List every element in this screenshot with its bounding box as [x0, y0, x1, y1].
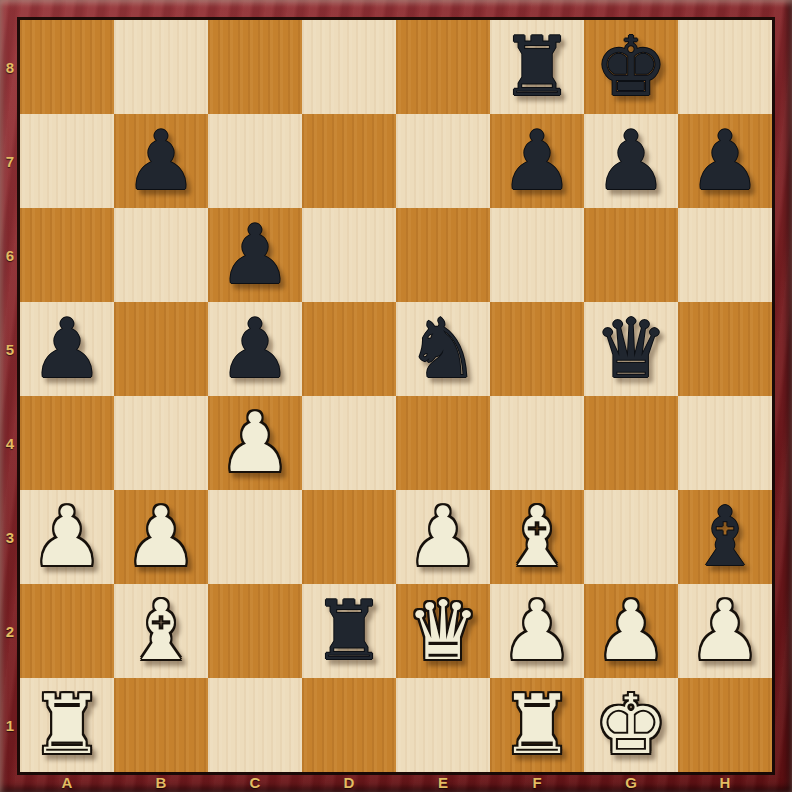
piece-white-pawn: ♟ [594, 584, 668, 678]
piece-white-bishop: ♝ [124, 584, 198, 678]
rank-label-2: 2 [0, 584, 20, 678]
file-label-f: F [490, 772, 584, 792]
square-c6[interactable]: ♟ [208, 208, 302, 302]
piece-white-pawn: ♟ [218, 396, 292, 490]
piece-white-pawn: ♟ [30, 490, 104, 584]
square-b1[interactable] [114, 678, 208, 772]
square-b5[interactable] [114, 302, 208, 396]
piece-white-pawn: ♟ [124, 490, 198, 584]
piece-black-pawn: ♟ [688, 114, 762, 208]
square-h1[interactable] [678, 678, 772, 772]
square-g3[interactable] [584, 490, 678, 584]
square-e3[interactable]: ♟ [396, 490, 490, 584]
piece-black-pawn: ♟ [30, 302, 104, 396]
square-f8[interactable]: ♜ [490, 20, 584, 114]
square-f6[interactable] [490, 208, 584, 302]
square-b6[interactable] [114, 208, 208, 302]
square-d1[interactable] [302, 678, 396, 772]
piece-white-pawn: ♟ [500, 584, 574, 678]
piece-white-queen: ♛ [406, 584, 480, 678]
square-h6[interactable] [678, 208, 772, 302]
piece-black-bishop: ♝ [688, 490, 762, 584]
piece-black-rook: ♜ [500, 20, 574, 114]
square-f5[interactable] [490, 302, 584, 396]
piece-black-rook: ♜ [312, 584, 386, 678]
rank-label-6: 6 [0, 208, 20, 302]
square-d7[interactable] [302, 114, 396, 208]
square-c5[interactable]: ♟ [208, 302, 302, 396]
square-b3[interactable]: ♟ [114, 490, 208, 584]
square-d4[interactable] [302, 396, 396, 490]
file-label-c: C [208, 772, 302, 792]
square-f3[interactable]: ♝ [490, 490, 584, 584]
square-b2[interactable]: ♝ [114, 584, 208, 678]
square-d5[interactable] [302, 302, 396, 396]
piece-white-king: ♚ [594, 678, 668, 772]
rank-label-1: 1 [0, 678, 20, 772]
square-a5[interactable]: ♟ [20, 302, 114, 396]
file-label-b: B [114, 772, 208, 792]
square-e2[interactable]: ♛ [396, 584, 490, 678]
square-e7[interactable] [396, 114, 490, 208]
piece-black-queen: ♛ [594, 302, 668, 396]
file-labels: ABCDEFGH [20, 772, 772, 792]
piece-black-pawn: ♟ [218, 208, 292, 302]
square-e1[interactable] [396, 678, 490, 772]
rank-label-5: 5 [0, 302, 20, 396]
square-g8[interactable]: ♚ [584, 20, 678, 114]
piece-white-pawn: ♟ [406, 490, 480, 584]
piece-white-rook: ♜ [30, 678, 104, 772]
piece-black-pawn: ♟ [500, 114, 574, 208]
square-f1[interactable]: ♜ [490, 678, 584, 772]
square-g7[interactable]: ♟ [584, 114, 678, 208]
square-e4[interactable] [396, 396, 490, 490]
square-a7[interactable] [20, 114, 114, 208]
piece-white-rook: ♜ [500, 678, 574, 772]
square-g5[interactable]: ♛ [584, 302, 678, 396]
square-b7[interactable]: ♟ [114, 114, 208, 208]
square-g4[interactable] [584, 396, 678, 490]
piece-black-pawn: ♟ [218, 302, 292, 396]
file-label-g: G [584, 772, 678, 792]
piece-black-knight: ♞ [406, 302, 480, 396]
square-c1[interactable] [208, 678, 302, 772]
rank-label-8: 8 [0, 20, 20, 114]
square-c8[interactable] [208, 20, 302, 114]
square-e6[interactable] [396, 208, 490, 302]
square-f7[interactable]: ♟ [490, 114, 584, 208]
square-e5[interactable]: ♞ [396, 302, 490, 396]
piece-white-bishop: ♝ [500, 490, 574, 584]
square-a8[interactable] [20, 20, 114, 114]
square-g6[interactable] [584, 208, 678, 302]
square-h8[interactable] [678, 20, 772, 114]
rank-labels: 87654321 [0, 20, 20, 772]
file-label-e: E [396, 772, 490, 792]
square-d6[interactable] [302, 208, 396, 302]
piece-black-king: ♚ [594, 20, 668, 114]
square-e8[interactable] [396, 20, 490, 114]
file-label-a: A [20, 772, 114, 792]
piece-black-pawn: ♟ [594, 114, 668, 208]
square-b4[interactable] [114, 396, 208, 490]
square-h2[interactable]: ♟ [678, 584, 772, 678]
square-h7[interactable]: ♟ [678, 114, 772, 208]
square-f4[interactable] [490, 396, 584, 490]
chess-board: ♜♚♟♟♟♟♟♟♟♞♛♟♟♟♟♝♝♝♜♛♟♟♟♜♜♚ [20, 20, 772, 772]
square-h4[interactable] [678, 396, 772, 490]
square-a4[interactable] [20, 396, 114, 490]
rank-label-4: 4 [0, 396, 20, 490]
piece-black-pawn: ♟ [124, 114, 198, 208]
board-frame: 87654321 ABCDEFGH ♜♚♟♟♟♟♟♟♟♞♛♟♟♟♟♝♝♝♜♛♟♟… [0, 0, 792, 792]
square-d2[interactable]: ♜ [302, 584, 396, 678]
square-g2[interactable]: ♟ [584, 584, 678, 678]
square-f2[interactable]: ♟ [490, 584, 584, 678]
file-label-d: D [302, 772, 396, 792]
rank-label-3: 3 [0, 490, 20, 584]
square-b8[interactable] [114, 20, 208, 114]
square-d3[interactable] [302, 490, 396, 584]
square-c2[interactable] [208, 584, 302, 678]
file-label-h: H [678, 772, 772, 792]
square-a6[interactable] [20, 208, 114, 302]
piece-white-pawn: ♟ [688, 584, 762, 678]
square-a1[interactable]: ♜ [20, 678, 114, 772]
square-d8[interactable] [302, 20, 396, 114]
square-g1[interactable]: ♚ [584, 678, 678, 772]
square-c4[interactable]: ♟ [208, 396, 302, 490]
square-c7[interactable] [208, 114, 302, 208]
square-a3[interactable]: ♟ [20, 490, 114, 584]
square-a2[interactable] [20, 584, 114, 678]
rank-label-7: 7 [0, 114, 20, 208]
square-h3[interactable]: ♝ [678, 490, 772, 584]
square-h5[interactable] [678, 302, 772, 396]
square-c3[interactable] [208, 490, 302, 584]
